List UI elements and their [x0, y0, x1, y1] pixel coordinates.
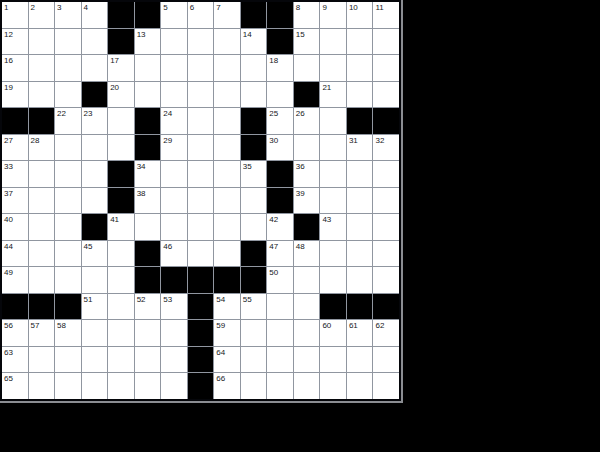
cell-r1c7[interactable]: 5 — [161, 2, 187, 28]
cell-r15c14[interactable] — [347, 373, 373, 399]
cell-r3c7[interactable] — [161, 55, 187, 81]
clue-number: 25 — [269, 109, 278, 118]
cell-r11c14[interactable] — [347, 267, 373, 293]
cell-r15c10[interactable] — [241, 373, 267, 399]
clue-number: 41 — [110, 215, 119, 224]
cell-r1c10 — [241, 2, 267, 28]
cell-r15c2[interactable] — [29, 373, 55, 399]
cell-r2c1[interactable]: 12 — [2, 29, 28, 55]
clue-number: 46 — [163, 242, 172, 251]
clue-number: 22 — [57, 109, 66, 118]
cell-r3c10[interactable] — [241, 55, 267, 81]
cell-r5c9[interactable] — [214, 108, 240, 134]
cell-r14c8 — [188, 347, 214, 373]
cell-r6c5[interactable] — [108, 135, 134, 161]
cell-r7c2[interactable] — [29, 161, 55, 187]
cell-r6c1[interactable]: 27 — [2, 135, 28, 161]
cell-r2c3[interactable] — [55, 29, 81, 55]
cell-r3c6[interactable] — [135, 55, 161, 81]
cell-r8c4[interactable] — [82, 188, 108, 214]
cell-r3c5[interactable]: 17 — [108, 55, 134, 81]
cell-r11c8 — [188, 267, 214, 293]
cell-r13c2[interactable]: 57 — [29, 320, 55, 346]
clue-number: 63 — [4, 348, 13, 357]
cell-r13c13[interactable]: 60 — [320, 320, 346, 346]
cell-r13c3[interactable]: 58 — [55, 320, 81, 346]
clue-number: 64 — [216, 348, 225, 357]
cell-r4c9[interactable] — [214, 82, 240, 108]
cell-r9c7[interactable] — [161, 214, 187, 240]
cell-r14c5[interactable] — [108, 347, 134, 373]
cell-r13c1[interactable]: 56 — [2, 320, 28, 346]
cell-r5c5[interactable] — [108, 108, 134, 134]
cell-r1c6 — [135, 2, 161, 28]
cell-r4c11[interactable] — [267, 82, 293, 108]
clue-number: 13 — [137, 30, 146, 39]
cell-r14c7[interactable] — [161, 347, 187, 373]
cell-r2c15[interactable] — [373, 29, 399, 55]
clue-number: 49 — [4, 268, 13, 277]
cell-r9c11[interactable]: 42 — [267, 214, 293, 240]
clue-number: 37 — [4, 189, 13, 198]
clue-number: 28 — [31, 136, 40, 145]
clue-number: 32 — [375, 136, 384, 145]
cell-r12c9[interactable]: 54 — [214, 294, 240, 320]
cell-r5c13[interactable] — [320, 108, 346, 134]
clue-number: 33 — [4, 162, 13, 171]
clue-number: 8 — [296, 3, 300, 12]
cell-r5c8[interactable] — [188, 108, 214, 134]
cell-r15c12[interactable] — [294, 373, 320, 399]
clue-number: 62 — [375, 321, 384, 330]
cell-r9c1[interactable]: 40 — [2, 214, 28, 240]
clue-number: 17 — [110, 56, 119, 65]
cell-r12c7[interactable]: 53 — [161, 294, 187, 320]
cell-r3c15[interactable] — [373, 55, 399, 81]
cell-r7c5 — [108, 161, 134, 187]
cell-r15c4[interactable] — [82, 373, 108, 399]
cell-r10c4[interactable]: 45 — [82, 241, 108, 267]
cell-r8c1[interactable]: 37 — [2, 188, 28, 214]
cell-r4c2[interactable] — [29, 82, 55, 108]
cell-r10c2[interactable] — [29, 241, 55, 267]
cell-r7c15[interactable] — [373, 161, 399, 187]
cell-r6c4[interactable] — [82, 135, 108, 161]
cell-r4c10[interactable] — [241, 82, 267, 108]
cell-r3c9[interactable] — [214, 55, 240, 81]
cell-r10c1[interactable]: 44 — [2, 241, 28, 267]
clue-number: 10 — [349, 3, 358, 12]
cell-r14c4[interactable] — [82, 347, 108, 373]
cell-r5c1 — [2, 108, 28, 134]
clue-number: 4 — [84, 3, 88, 12]
cell-r10c5[interactable] — [108, 241, 134, 267]
cell-r10c8[interactable] — [188, 241, 214, 267]
clue-number: 1 — [4, 3, 8, 12]
cell-r2c9[interactable] — [214, 29, 240, 55]
clue-number: 34 — [137, 162, 146, 171]
cell-r5c3[interactable]: 22 — [55, 108, 81, 134]
cell-r2c6[interactable]: 13 — [135, 29, 161, 55]
clue-number: 53 — [163, 295, 172, 304]
clue-number: 16 — [4, 56, 13, 65]
cell-r1c15[interactable]: 11 — [373, 2, 399, 28]
clue-number: 51 — [84, 295, 93, 304]
cell-r12c3 — [55, 294, 81, 320]
cell-r4c5[interactable]: 20 — [108, 82, 134, 108]
clue-number: 44 — [4, 242, 13, 251]
cell-r5c7[interactable]: 24 — [161, 108, 187, 134]
cell-r15c5[interactable] — [108, 373, 134, 399]
cell-r13c6[interactable] — [135, 320, 161, 346]
cell-r5c11[interactable]: 25 — [267, 108, 293, 134]
cell-r13c7[interactable] — [161, 320, 187, 346]
clue-number: 24 — [163, 109, 172, 118]
cell-r11c15[interactable] — [373, 267, 399, 293]
cell-r2c13[interactable] — [320, 29, 346, 55]
cell-r10c12[interactable]: 48 — [294, 241, 320, 267]
cell-r1c11 — [267, 2, 293, 28]
cell-r5c14 — [347, 108, 373, 134]
cell-r5c6 — [135, 108, 161, 134]
clue-number: 7 — [216, 3, 220, 12]
clue-number: 31 — [349, 136, 358, 145]
cell-r4c8[interactable] — [188, 82, 214, 108]
cell-r10c10 — [241, 241, 267, 267]
cell-r6c2[interactable]: 28 — [29, 135, 55, 161]
cell-r11c9 — [214, 267, 240, 293]
cell-r11c4[interactable] — [82, 267, 108, 293]
cell-r14c1[interactable]: 63 — [2, 347, 28, 373]
cell-r1c2[interactable]: 2 — [29, 2, 55, 28]
cell-r4c15[interactable] — [373, 82, 399, 108]
clue-number: 29 — [163, 136, 172, 145]
cell-r2c14[interactable] — [347, 29, 373, 55]
cell-r1c12[interactable]: 8 — [294, 2, 320, 28]
cell-r5c10 — [241, 108, 267, 134]
cell-r8c12[interactable]: 39 — [294, 188, 320, 214]
clue-number: 40 — [4, 215, 13, 224]
cell-r6c15[interactable]: 32 — [373, 135, 399, 161]
cell-r15c1[interactable]: 65 — [2, 373, 28, 399]
cell-r14c10[interactable] — [241, 347, 267, 373]
cell-r1c9[interactable]: 7 — [214, 2, 240, 28]
clue-number: 47 — [269, 242, 278, 251]
cell-r11c7 — [161, 267, 187, 293]
clue-number: 48 — [296, 242, 305, 251]
cell-r15c7[interactable] — [161, 373, 187, 399]
cell-r2c2[interactable] — [29, 29, 55, 55]
cell-r4c13[interactable]: 21 — [320, 82, 346, 108]
cell-r2c8[interactable] — [188, 29, 214, 55]
cell-r9c2[interactable] — [29, 214, 55, 240]
cell-r8c6[interactable]: 38 — [135, 188, 161, 214]
cell-r3c1[interactable]: 16 — [2, 55, 28, 81]
cell-r1c3[interactable]: 3 — [55, 2, 81, 28]
clue-number: 61 — [349, 321, 358, 330]
cell-r12c11[interactable] — [267, 294, 293, 320]
clue-number: 30 — [269, 136, 278, 145]
clue-number: 26 — [296, 109, 305, 118]
cell-r7c13[interactable] — [320, 161, 346, 187]
cell-r6c8[interactable] — [188, 135, 214, 161]
cell-r3c2[interactable] — [29, 55, 55, 81]
cell-r8c15[interactable] — [373, 188, 399, 214]
cell-r9c5[interactable]: 41 — [108, 214, 134, 240]
clue-number: 58 — [57, 321, 66, 330]
cell-r12c4[interactable]: 51 — [82, 294, 108, 320]
cell-r15c9[interactable]: 66 — [214, 373, 240, 399]
cell-r7c6[interactable]: 34 — [135, 161, 161, 187]
cell-r11c12[interactable] — [294, 267, 320, 293]
clue-number: 2 — [31, 3, 35, 12]
cell-r10c7[interactable]: 46 — [161, 241, 187, 267]
cell-r9c10[interactable] — [241, 214, 267, 240]
cell-r6c9[interactable] — [214, 135, 240, 161]
cell-r6c7[interactable]: 29 — [161, 135, 187, 161]
clue-number: 66 — [216, 374, 225, 383]
cell-r10c3[interactable] — [55, 241, 81, 267]
cell-r1c1[interactable]: 1 — [2, 2, 28, 28]
cell-r3c14[interactable] — [347, 55, 373, 81]
cell-r12c8 — [188, 294, 214, 320]
cell-r1c13[interactable]: 9 — [320, 2, 346, 28]
cell-r12c14 — [347, 294, 373, 320]
cell-r9c14[interactable] — [347, 214, 373, 240]
clue-number: 35 — [243, 162, 252, 171]
cell-r4c1[interactable]: 19 — [2, 82, 28, 108]
clue-number: 36 — [296, 162, 305, 171]
clue-number: 15 — [296, 30, 305, 39]
cell-r7c9[interactable] — [214, 161, 240, 187]
crossword-board-frame: 1234567891011121314151617181920212223242… — [0, 0, 403, 403]
cell-r7c1[interactable]: 33 — [2, 161, 28, 187]
clue-number: 3 — [57, 3, 61, 12]
clue-number: 59 — [216, 321, 225, 330]
cell-r11c13[interactable] — [320, 267, 346, 293]
cell-r2c7[interactable] — [161, 29, 187, 55]
clue-number: 50 — [269, 268, 278, 277]
cell-r13c5[interactable] — [108, 320, 134, 346]
cell-r11c1[interactable]: 49 — [2, 267, 28, 293]
cell-r6c3[interactable] — [55, 135, 81, 161]
clue-number: 38 — [137, 189, 146, 198]
cell-r15c15[interactable] — [373, 373, 399, 399]
cell-r7c11 — [267, 161, 293, 187]
cell-r2c12[interactable]: 15 — [294, 29, 320, 55]
cell-r11c2[interactable] — [29, 267, 55, 293]
cell-r14c13[interactable] — [320, 347, 346, 373]
cell-r8c9[interactable] — [214, 188, 240, 214]
cell-r6c14[interactable]: 31 — [347, 135, 373, 161]
cell-r9c12 — [294, 214, 320, 240]
cell-r2c11 — [267, 29, 293, 55]
cell-r13c4[interactable] — [82, 320, 108, 346]
cell-r13c8 — [188, 320, 214, 346]
cell-r7c4[interactable] — [82, 161, 108, 187]
cell-r15c3[interactable] — [55, 373, 81, 399]
cell-r1c5 — [108, 2, 134, 28]
cell-r10c6 — [135, 241, 161, 267]
cell-r5c12[interactable]: 26 — [294, 108, 320, 134]
cell-r12c12[interactable] — [294, 294, 320, 320]
cell-r13c10[interactable] — [241, 320, 267, 346]
cell-r15c6[interactable] — [135, 373, 161, 399]
cell-r12c15 — [373, 294, 399, 320]
cell-r3c4[interactable] — [82, 55, 108, 81]
cell-r1c4[interactable]: 4 — [82, 2, 108, 28]
clue-number: 56 — [4, 321, 13, 330]
cell-r5c15 — [373, 108, 399, 134]
cell-r10c9[interactable] — [214, 241, 240, 267]
cell-r2c10[interactable]: 14 — [241, 29, 267, 55]
cell-r4c6[interactable] — [135, 82, 161, 108]
cell-r14c11[interactable] — [267, 347, 293, 373]
cell-r3c12[interactable] — [294, 55, 320, 81]
cell-r1c8[interactable]: 6 — [188, 2, 214, 28]
cell-r14c3[interactable] — [55, 347, 81, 373]
clue-number: 14 — [243, 30, 252, 39]
clue-number: 39 — [296, 189, 305, 198]
clue-number: 12 — [4, 30, 13, 39]
clue-number: 19 — [4, 83, 13, 92]
clue-number: 21 — [322, 83, 331, 92]
cell-r12c5[interactable] — [108, 294, 134, 320]
cell-r11c5[interactable] — [108, 267, 134, 293]
cell-r8c5 — [108, 188, 134, 214]
clue-number: 9 — [322, 3, 326, 12]
clue-number: 65 — [4, 374, 13, 383]
cell-r5c2 — [29, 108, 55, 134]
cell-r13c14[interactable]: 61 — [347, 320, 373, 346]
cell-r7c7[interactable] — [161, 161, 187, 187]
cell-r11c6 — [135, 267, 161, 293]
cell-r8c11 — [267, 188, 293, 214]
cell-r12c13 — [320, 294, 346, 320]
cell-r9c8[interactable] — [188, 214, 214, 240]
clue-number: 5 — [163, 3, 167, 12]
cell-r4c4 — [82, 82, 108, 108]
cell-r8c2[interactable] — [29, 188, 55, 214]
cell-r2c4[interactable] — [82, 29, 108, 55]
clue-number: 57 — [31, 321, 40, 330]
clue-number: 54 — [216, 295, 225, 304]
cell-r14c15[interactable] — [373, 347, 399, 373]
cell-r13c11[interactable] — [267, 320, 293, 346]
cell-r4c3[interactable] — [55, 82, 81, 108]
cell-r5c4[interactable]: 23 — [82, 108, 108, 134]
cell-r9c4 — [82, 214, 108, 240]
cell-r8c10[interactable] — [241, 188, 267, 214]
cell-r12c2 — [29, 294, 55, 320]
cell-r15c13[interactable] — [320, 373, 346, 399]
cell-r12c10[interactable]: 55 — [241, 294, 267, 320]
cell-r13c12[interactable] — [294, 320, 320, 346]
cell-r8c13[interactable] — [320, 188, 346, 214]
cell-r10c15[interactable] — [373, 241, 399, 267]
cell-r13c15[interactable]: 62 — [373, 320, 399, 346]
clue-number: 43 — [322, 215, 331, 224]
cell-r14c6[interactable] — [135, 347, 161, 373]
cell-r7c3[interactable] — [55, 161, 81, 187]
cell-r14c9[interactable]: 64 — [214, 347, 240, 373]
clue-number: 45 — [84, 242, 93, 251]
cell-r1c14[interactable]: 10 — [347, 2, 373, 28]
clue-number: 27 — [4, 136, 13, 145]
cell-r14c12[interactable] — [294, 347, 320, 373]
cell-r6c12[interactable] — [294, 135, 320, 161]
cell-r10c11[interactable]: 47 — [267, 241, 293, 267]
clue-number: 6 — [190, 3, 194, 12]
cell-r15c8 — [188, 373, 214, 399]
cell-r10c13[interactable] — [320, 241, 346, 267]
clue-number: 18 — [269, 56, 278, 65]
cell-r8c3[interactable] — [55, 188, 81, 214]
cell-r7c10[interactable]: 35 — [241, 161, 267, 187]
cell-r8c8[interactable] — [188, 188, 214, 214]
clue-number: 52 — [137, 295, 146, 304]
cell-r4c14[interactable] — [347, 82, 373, 108]
cell-r9c9[interactable] — [214, 214, 240, 240]
cell-r2c5 — [108, 29, 134, 55]
cell-r6c11[interactable]: 30 — [267, 135, 293, 161]
cell-r15c11[interactable] — [267, 373, 293, 399]
clue-number: 20 — [110, 83, 119, 92]
cell-r14c14[interactable] — [347, 347, 373, 373]
cell-r3c3[interactable] — [55, 55, 81, 81]
cell-r11c11[interactable]: 50 — [267, 267, 293, 293]
cell-r11c10 — [241, 267, 267, 293]
cell-r10c14[interactable] — [347, 241, 373, 267]
cell-r7c14[interactable] — [347, 161, 373, 187]
cell-r14c2[interactable] — [29, 347, 55, 373]
cell-r4c12 — [294, 82, 320, 108]
cell-r8c7[interactable] — [161, 188, 187, 214]
cell-r9c3[interactable] — [55, 214, 81, 240]
cell-r3c11[interactable]: 18 — [267, 55, 293, 81]
cell-r4c7[interactable] — [161, 82, 187, 108]
cell-r12c1 — [2, 294, 28, 320]
clue-number: 42 — [269, 215, 278, 224]
cell-r6c13[interactable] — [320, 135, 346, 161]
cell-r6c6 — [135, 135, 161, 161]
clue-number: 23 — [84, 109, 93, 118]
clue-number: 55 — [243, 295, 252, 304]
cell-r9c13[interactable]: 43 — [320, 214, 346, 240]
cell-r3c8[interactable] — [188, 55, 214, 81]
cell-r7c12[interactable]: 36 — [294, 161, 320, 187]
clue-number: 11 — [375, 3, 383, 12]
cell-r6c10 — [241, 135, 267, 161]
cell-r3c13[interactable] — [320, 55, 346, 81]
cell-r9c15[interactable] — [373, 214, 399, 240]
cell-r9c6[interactable] — [135, 214, 161, 240]
crossword-grid: 1234567891011121314151617181920212223242… — [2, 2, 399, 399]
page: 1234567891011121314151617181920212223242… — [0, 0, 600, 452]
cell-r8c14[interactable] — [347, 188, 373, 214]
cell-r11c3[interactable] — [55, 267, 81, 293]
clue-number: 60 — [322, 321, 331, 330]
cell-r12c6[interactable]: 52 — [135, 294, 161, 320]
cell-r7c8[interactable] — [188, 161, 214, 187]
cell-r13c9[interactable]: 59 — [214, 320, 240, 346]
